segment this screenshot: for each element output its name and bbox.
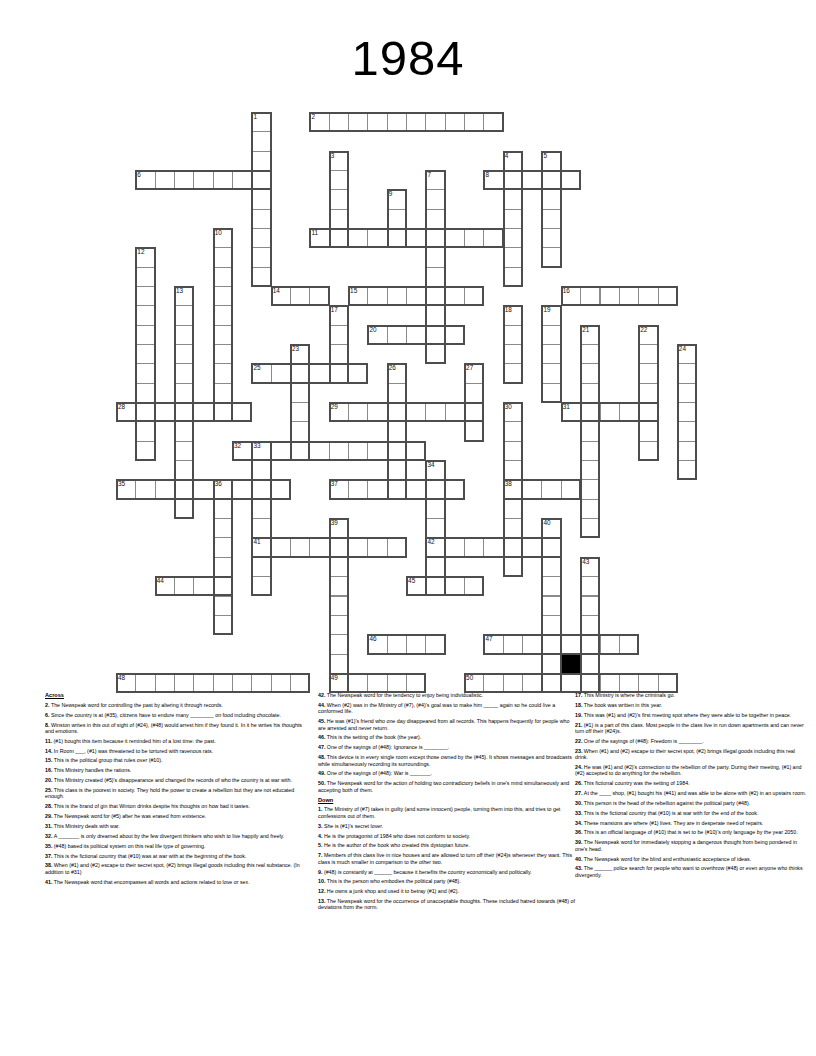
grid-cell[interactable]: [425, 518, 445, 538]
grid-cell[interactable]: [541, 363, 561, 383]
grid-cell[interactable]: [135, 441, 155, 461]
grid-cell[interactable]: [271, 479, 291, 499]
grid-cell[interactable]: [213, 247, 233, 267]
down-clue-43: 43. The ______ police search for people …: [575, 865, 807, 878]
grid-cell[interactable]: [135, 325, 155, 345]
grid-cell[interactable]: [251, 673, 271, 693]
grid-cell[interactable]: [561, 479, 581, 499]
grid-cell[interactable]: [232, 402, 252, 422]
grid-cell[interactable]: [425, 576, 445, 596]
grid-cell[interactable]: [445, 479, 465, 499]
grid-cell[interactable]: [638, 363, 658, 383]
grid-cell[interactable]: [251, 209, 271, 229]
grid-cell[interactable]: [193, 673, 213, 693]
down-clue-34: 34. These mansions are where (#1) lives.…: [575, 820, 807, 826]
grid-cell[interactable]: [464, 383, 484, 403]
grid-cell[interactable]: [174, 479, 194, 499]
across-clue-38: 38. When (#1) and (#2) escape to their s…: [45, 862, 308, 875]
grid-cell[interactable]: [580, 673, 600, 693]
grid-cell[interactable]: [580, 654, 600, 674]
grid-cell[interactable]: [425, 402, 445, 422]
grid-cell[interactable]: [174, 325, 194, 345]
grid-cell[interactable]: [677, 363, 697, 383]
grid-cell[interactable]: [406, 286, 426, 306]
grid-cell[interactable]: [251, 557, 271, 577]
clue-number-label: 5: [543, 153, 547, 159]
grid-cell[interactable]: [135, 286, 155, 306]
grid-cell[interactable]: [541, 209, 561, 229]
grid-cell[interactable]: [213, 673, 233, 693]
grid-cell[interactable]: [638, 673, 658, 693]
grid-cell[interactable]: [135, 402, 155, 422]
grid-cell[interactable]: [329, 634, 349, 654]
grid-cell[interactable]: [406, 673, 426, 693]
grid-cell[interactable]: [348, 402, 368, 422]
grid-black-cell: [561, 654, 581, 674]
grid-cell[interactable]: [580, 344, 600, 364]
grid-cell[interactable]: [425, 189, 445, 209]
grid-cell[interactable]: [580, 499, 600, 519]
grid-cell[interactable]: [193, 576, 213, 596]
grid-cell[interactable]: [425, 305, 445, 325]
grid-cell[interactable]: [580, 596, 600, 616]
grid-cell[interactable]: [387, 286, 407, 306]
grid-cell[interactable]: [541, 557, 561, 577]
grid-cell[interactable]: [483, 112, 503, 132]
grid-cell[interactable]: [483, 673, 503, 693]
grid-cell[interactable]: [251, 518, 271, 538]
grid-cell[interactable]: [329, 228, 349, 248]
grid-cell[interactable]: [329, 537, 349, 557]
grid-cell[interactable]: [503, 189, 523, 209]
grid-cell[interactable]: [251, 460, 271, 480]
grid-cell[interactable]: [425, 209, 445, 229]
grid-cell[interactable]: [290, 402, 310, 422]
grid-cell[interactable]: [503, 247, 523, 267]
grid-cell[interactable]: [213, 305, 233, 325]
grid-cell[interactable]: [290, 363, 310, 383]
grid-cell[interactable]: [213, 363, 233, 383]
grid-cell[interactable]: [348, 479, 368, 499]
grid-cell[interactable]: [251, 479, 271, 499]
grid-cell[interactable]: [213, 286, 233, 306]
across-clue-42: 42. The Newspeak word for the tendency t…: [318, 692, 576, 698]
grid-cell[interactable]: [193, 170, 213, 190]
grid-cell[interactable]: [367, 479, 387, 499]
grid-cell[interactable]: [367, 673, 387, 693]
grid-cell[interactable]: [580, 479, 600, 499]
across-clue-11: 11. (#1) bought this item because it rem…: [45, 738, 308, 744]
grid-cell[interactable]: [251, 228, 271, 248]
grid-cell[interactable]: [503, 460, 523, 480]
grid-cell[interactable]: [329, 170, 349, 190]
grid-cell[interactable]: [213, 344, 233, 364]
grid-cell[interactable]: [367, 441, 387, 461]
grid-cell[interactable]: [406, 479, 426, 499]
grid-cell[interactable]: [290, 383, 310, 403]
grid-cell[interactable]: [522, 537, 542, 557]
grid-cell[interactable]: [503, 673, 523, 693]
grid-cell[interactable]: [580, 576, 600, 596]
clue-number-label: 22: [640, 327, 647, 333]
down-clue-17: 17. This Ministry is where the criminals…: [575, 692, 807, 698]
clue-number-label: 27: [466, 365, 473, 371]
grid-cell[interactable]: [541, 383, 561, 403]
grid-cell[interactable]: [174, 305, 194, 325]
grid-cell[interactable]: [541, 634, 561, 654]
grid-cell[interactable]: [155, 170, 175, 190]
grid-cell[interactable]: [677, 460, 697, 480]
grid-cell[interactable]: [135, 421, 155, 441]
grid-cell[interactable]: [174, 363, 194, 383]
grid-cell[interactable]: [503, 518, 523, 538]
grid-cell[interactable]: [174, 460, 194, 480]
grid-cell[interactable]: [174, 383, 194, 403]
grid-cell[interactable]: [329, 112, 349, 132]
grid-cell[interactable]: [367, 537, 387, 557]
grid-cell[interactable]: [155, 479, 175, 499]
grid-cell[interactable]: [367, 228, 387, 248]
grid-cell[interactable]: [425, 634, 445, 654]
grid-cell[interactable]: [387, 441, 407, 461]
grid-cell[interactable]: [155, 402, 175, 422]
grid-cell[interactable]: [425, 267, 445, 287]
grid-cell[interactable]: [174, 576, 194, 596]
grid-cell[interactable]: [445, 228, 465, 248]
grid-cell[interactable]: [541, 576, 561, 596]
clue-number-label: 31: [563, 404, 570, 410]
grid-cell[interactable]: [329, 654, 349, 674]
grid-cell[interactable]: [348, 537, 368, 557]
grid-cell[interactable]: [600, 673, 620, 693]
grid-cell[interactable]: [174, 402, 194, 422]
down-clue-7: 7. Members of this class live in nice ho…: [318, 852, 576, 865]
grid-cell[interactable]: [174, 673, 194, 693]
grid-cell[interactable]: [213, 170, 233, 190]
grid-cell[interactable]: [464, 228, 484, 248]
grid-cell[interactable]: [213, 325, 233, 345]
grid-cell[interactable]: [541, 228, 561, 248]
grid-cell[interactable]: [271, 537, 291, 557]
grid-cell[interactable]: [329, 615, 349, 635]
grid-cell[interactable]: [213, 267, 233, 287]
grid-cell[interactable]: [213, 402, 233, 422]
grid-cell[interactable]: [425, 344, 445, 364]
grid-cell[interactable]: [541, 247, 561, 267]
grid-cell[interactable]: [580, 402, 600, 422]
down-clue-23: 23. When (#1) and (#2) escape to their s…: [575, 748, 807, 761]
grid-cell[interactable]: [677, 441, 697, 461]
grid-cell[interactable]: [251, 267, 271, 287]
grid-cell[interactable]: [425, 479, 445, 499]
grid-cell[interactable]: [329, 209, 349, 229]
grid-cell[interactable]: [232, 673, 252, 693]
grid-cell[interactable]: [329, 363, 349, 383]
grid-cell[interactable]: [174, 170, 194, 190]
grid-cell[interactable]: [503, 325, 523, 345]
grid-cell[interactable]: [387, 325, 407, 345]
grid-cell[interactable]: [406, 402, 426, 422]
grid-cell[interactable]: [677, 402, 697, 422]
down-clue-30: 30. This person is the head of the rebel…: [575, 800, 807, 806]
grid-cell[interactable]: [348, 363, 368, 383]
grid-cell[interactable]: [541, 615, 561, 635]
grid-cell[interactable]: [213, 383, 233, 403]
grid-cell[interactable]: [271, 363, 291, 383]
grid-cell[interactable]: [445, 325, 465, 345]
grid-cell[interactable]: [580, 441, 600, 461]
grid-cell[interactable]: [406, 441, 426, 461]
grid-cell[interactable]: [174, 499, 194, 519]
grid-cell[interactable]: [251, 170, 271, 190]
grid-cell[interactable]: [387, 421, 407, 441]
grid-cell[interactable]: [135, 673, 155, 693]
grid-cell[interactable]: [561, 634, 581, 654]
grid-cell[interactable]: [213, 537, 233, 557]
grid-cell[interactable]: [541, 673, 561, 693]
grid-cell[interactable]: [271, 441, 291, 461]
grid-cell[interactable]: [406, 325, 426, 345]
grid-cell[interactable]: [348, 441, 368, 461]
grid-cell[interactable]: [251, 499, 271, 519]
across-clue-25: 25. This class is the poorest in society…: [45, 787, 308, 800]
clue-number-label: 36: [215, 481, 222, 487]
clue-number-label: 49: [331, 675, 338, 681]
grid-cell[interactable]: [464, 576, 484, 596]
grid-cell[interactable]: [619, 402, 639, 422]
grid-cell[interactable]: [309, 441, 329, 461]
grid-cell[interactable]: [174, 344, 194, 364]
grid-cell[interactable]: [464, 402, 484, 422]
grid-cell[interactable]: [600, 402, 620, 422]
grid-cell[interactable]: [135, 267, 155, 287]
grid-cell[interactable]: [541, 596, 561, 616]
grid-cell[interactable]: [445, 402, 465, 422]
grid-cell[interactable]: [348, 228, 368, 248]
grid-cell[interactable]: [135, 344, 155, 364]
down-clue-12: 12. He owns a junk shop and used it to b…: [318, 888, 576, 894]
grid-cell[interactable]: [309, 537, 329, 557]
grid-cell[interactable]: [619, 673, 639, 693]
grid-cell[interactable]: [251, 189, 271, 209]
grid-cell[interactable]: [483, 537, 503, 557]
grid-cell[interactable]: [213, 499, 233, 519]
grid-cell[interactable]: [232, 479, 252, 499]
grid-cell[interactable]: [232, 170, 252, 190]
grid-cell[interactable]: [329, 557, 349, 577]
grid-cell[interactable]: [329, 325, 349, 345]
clue-number-label: 29: [331, 404, 338, 410]
grid-cell[interactable]: [406, 112, 426, 132]
grid-cell[interactable]: [522, 479, 542, 499]
grid-cell[interactable]: [387, 402, 407, 422]
grid-cell[interactable]: [541, 537, 561, 557]
grid-cell[interactable]: [387, 479, 407, 499]
grid-cell[interactable]: [638, 441, 658, 461]
grid-cell[interactable]: [638, 402, 658, 422]
grid-cell[interactable]: [503, 537, 523, 557]
grid-cell[interactable]: [580, 286, 600, 306]
grid-cell[interactable]: [677, 421, 697, 441]
grid-cell[interactable]: [387, 112, 407, 132]
grid-cell[interactable]: [580, 518, 600, 538]
grid-cell[interactable]: [445, 112, 465, 132]
grid-cell[interactable]: [580, 460, 600, 480]
grid-cell[interactable]: [367, 402, 387, 422]
across-header: Across: [45, 692, 308, 699]
grid-cell[interactable]: [541, 654, 561, 674]
grid-cell[interactable]: [213, 557, 233, 577]
down-clue-13: 13. The Newspeak word for the occurrence…: [318, 898, 576, 911]
grid-cell[interactable]: [290, 286, 310, 306]
grid-cell[interactable]: [329, 344, 349, 364]
grid-cell[interactable]: [580, 615, 600, 635]
grid-cell[interactable]: [503, 421, 523, 441]
grid-cell[interactable]: [193, 402, 213, 422]
grid-cell[interactable]: [406, 634, 426, 654]
grid-cell[interactable]: [541, 170, 561, 190]
grid-cell[interactable]: [425, 228, 445, 248]
grid-cell[interactable]: [503, 363, 523, 383]
grid-cell[interactable]: [677, 383, 697, 403]
clue-number-label: 34: [427, 462, 434, 468]
grid-cell[interactable]: [406, 228, 426, 248]
grid-cell[interactable]: [445, 576, 465, 596]
grid-cell[interactable]: [503, 499, 523, 519]
clue-number-label: 25: [253, 365, 260, 371]
grid-cell[interactable]: [387, 460, 407, 480]
grid-cell[interactable]: [600, 286, 620, 306]
grid-cell[interactable]: [619, 634, 639, 654]
grid-cell[interactable]: [251, 576, 271, 596]
grid-cell[interactable]: [503, 228, 523, 248]
grid-cell[interactable]: [464, 112, 484, 132]
grid-cell[interactable]: [638, 383, 658, 403]
grid-cell[interactable]: [290, 537, 310, 557]
grid-cell[interactable]: [367, 112, 387, 132]
grid-cell[interactable]: [445, 286, 465, 306]
grid-cell[interactable]: [503, 557, 523, 577]
grid-cell[interactable]: [387, 673, 407, 693]
grid-cell[interactable]: [580, 383, 600, 403]
grid-cell[interactable]: [541, 344, 561, 364]
clue-number-label: 12: [137, 249, 144, 255]
down-clue-5: 5. He is the author of the book who crea…: [318, 842, 576, 848]
across-clue-20: 20. This Ministry created (#5)'s disappe…: [45, 777, 308, 783]
grid-cell[interactable]: [135, 383, 155, 403]
grid-cell[interactable]: [425, 325, 445, 345]
grid-cell[interactable]: [503, 209, 523, 229]
grid-cell[interactable]: [425, 499, 445, 519]
grid-cell[interactable]: [155, 673, 175, 693]
grid-cell[interactable]: [580, 421, 600, 441]
grid-cell[interactable]: [522, 673, 542, 693]
grid-cell[interactable]: [251, 131, 271, 151]
grid-cell[interactable]: [483, 228, 503, 248]
clue-number-label: 6: [137, 172, 141, 178]
grid-cell[interactable]: [445, 537, 465, 557]
grid-cell[interactable]: [193, 479, 213, 499]
grid-cell[interactable]: [541, 325, 561, 345]
grid-cell[interactable]: [600, 634, 620, 654]
grid-cell[interactable]: [251, 247, 271, 267]
across-clue-46: 46. This is the setting of the book (the…: [318, 734, 576, 740]
grid-cell[interactable]: [135, 305, 155, 325]
grid-cell[interactable]: [425, 286, 445, 306]
clue-number-label: 8: [485, 172, 489, 178]
grid-cell[interactable]: [522, 634, 542, 654]
grid-cell[interactable]: [367, 286, 387, 306]
across-clue-2: 2. The Newspeak word for controlling the…: [45, 702, 308, 708]
grid-cell[interactable]: [174, 421, 194, 441]
grid-cell[interactable]: [251, 151, 271, 171]
grid-cell[interactable]: [329, 596, 349, 616]
grid-cell[interactable]: [580, 634, 600, 654]
grid-cell[interactable]: [658, 286, 678, 306]
grid-cell[interactable]: [638, 344, 658, 364]
grid-cell[interactable]: [561, 673, 581, 693]
grid-cell[interactable]: [658, 673, 678, 693]
clue-number-label: 50: [466, 675, 473, 681]
grid-cell[interactable]: [561, 170, 581, 190]
grid-cell[interactable]: [541, 189, 561, 209]
grid-cell[interactable]: [425, 247, 445, 267]
grid-cell[interactable]: [348, 112, 368, 132]
grid-cell[interactable]: [309, 363, 329, 383]
grid-cell[interactable]: [213, 615, 233, 635]
grid-cell[interactable]: [213, 596, 233, 616]
grid-cell[interactable]: [271, 673, 291, 693]
grid-cell[interactable]: [619, 286, 639, 306]
grid-cell[interactable]: [503, 344, 523, 364]
grid-cell[interactable]: [503, 634, 523, 654]
grid-cell[interactable]: [348, 673, 368, 693]
grid-cell[interactable]: [522, 170, 542, 190]
grid-cell[interactable]: [135, 479, 155, 499]
grid-cell[interactable]: [329, 441, 349, 461]
grid-cell[interactable]: [503, 267, 523, 287]
grid-cell[interactable]: [425, 557, 445, 577]
grid-cell[interactable]: [329, 189, 349, 209]
grid-cell[interactable]: [387, 209, 407, 229]
grid-cell[interactable]: [503, 170, 523, 190]
grid-cell[interactable]: [135, 363, 155, 383]
grid-cell[interactable]: [425, 112, 445, 132]
clue-number-label: 42: [427, 539, 434, 545]
grid-cell[interactable]: [464, 421, 484, 441]
grid-cell[interactable]: [464, 537, 484, 557]
grid-cell[interactable]: [174, 441, 194, 461]
grid-cell[interactable]: [503, 441, 523, 461]
grid-cell[interactable]: [290, 441, 310, 461]
grid-cell[interactable]: [387, 537, 407, 557]
grid-cell[interactable]: [290, 673, 310, 693]
grid-cell[interactable]: [213, 518, 233, 538]
down-clue-3: 3. She is (#1)'s secret lover.: [318, 823, 576, 829]
grid-cell[interactable]: [580, 363, 600, 383]
grid-cell[interactable]: [387, 383, 407, 403]
grid-cell[interactable]: [329, 576, 349, 596]
grid-cell[interactable]: [213, 576, 233, 596]
grid-cell[interactable]: [290, 421, 310, 441]
grid-cell[interactable]: [541, 479, 561, 499]
grid-cell[interactable]: [309, 286, 329, 306]
grid-cell[interactable]: [464, 286, 484, 306]
grid-cell[interactable]: [387, 634, 407, 654]
grid-cell[interactable]: [638, 421, 658, 441]
grid-cell[interactable]: [638, 286, 658, 306]
grid-cell[interactable]: [387, 228, 407, 248]
